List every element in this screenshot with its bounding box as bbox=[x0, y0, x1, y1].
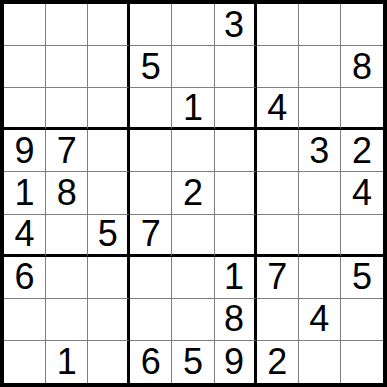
cell-r5c4[interactable] bbox=[130, 172, 172, 214]
cell-r3c1[interactable] bbox=[4, 88, 46, 130]
cell-r9c9[interactable] bbox=[341, 341, 383, 383]
cell-r8c5[interactable] bbox=[172, 299, 214, 341]
cell-r5c6[interactable] bbox=[215, 172, 257, 214]
given-cell-r5c5[interactable]: 2 bbox=[172, 172, 214, 214]
cell-r4c4[interactable] bbox=[130, 130, 172, 172]
given-cell-r3c5[interactable]: 1 bbox=[172, 88, 214, 130]
given-cell-r5c9[interactable]: 4 bbox=[341, 172, 383, 214]
cell-r1c5[interactable] bbox=[172, 4, 214, 46]
given-cell-r6c1[interactable]: 4 bbox=[4, 215, 46, 257]
cell-r4c6[interactable] bbox=[215, 130, 257, 172]
given-cell-r2c9[interactable]: 8 bbox=[341, 46, 383, 88]
given-cell-r4c1[interactable]: 9 bbox=[4, 130, 46, 172]
cell-r3c8[interactable] bbox=[299, 88, 341, 130]
given-cell-r1c6[interactable]: 3 bbox=[215, 4, 257, 46]
given-cell-r9c5[interactable]: 5 bbox=[172, 341, 214, 383]
cell-r1c9[interactable] bbox=[341, 4, 383, 46]
given-cell-r8c8[interactable]: 4 bbox=[299, 299, 341, 341]
cell-r6c6[interactable] bbox=[215, 215, 257, 257]
given-cell-r9c6[interactable]: 9 bbox=[215, 341, 257, 383]
given-cell-r7c7[interactable]: 7 bbox=[257, 257, 299, 299]
cell-r1c4[interactable] bbox=[130, 4, 172, 46]
sudoku-board: 358149732182445761758416592 bbox=[0, 0, 387, 387]
cell-r8c4[interactable] bbox=[130, 299, 172, 341]
cell-r2c1[interactable] bbox=[4, 46, 46, 88]
cell-r5c8[interactable] bbox=[299, 172, 341, 214]
cell-r7c3[interactable] bbox=[88, 257, 130, 299]
given-cell-r5c1[interactable]: 1 bbox=[4, 172, 46, 214]
cell-r1c7[interactable] bbox=[257, 4, 299, 46]
given-cell-r2c4[interactable]: 5 bbox=[130, 46, 172, 88]
given-cell-r4c9[interactable]: 2 bbox=[341, 130, 383, 172]
cell-r3c9[interactable] bbox=[341, 88, 383, 130]
given-cell-r7c1[interactable]: 6 bbox=[4, 257, 46, 299]
cell-r6c8[interactable] bbox=[299, 215, 341, 257]
cell-r6c9[interactable] bbox=[341, 215, 383, 257]
given-cell-r9c4[interactable]: 6 bbox=[130, 341, 172, 383]
given-cell-r7c9[interactable]: 5 bbox=[341, 257, 383, 299]
cell-r3c6[interactable] bbox=[215, 88, 257, 130]
cell-r7c4[interactable] bbox=[130, 257, 172, 299]
cell-r2c6[interactable] bbox=[215, 46, 257, 88]
cell-r2c5[interactable] bbox=[172, 46, 214, 88]
cell-r1c3[interactable] bbox=[88, 4, 130, 46]
cell-r2c3[interactable] bbox=[88, 46, 130, 88]
cell-r9c8[interactable] bbox=[299, 341, 341, 383]
cell-r3c2[interactable] bbox=[46, 88, 88, 130]
cell-r6c7[interactable] bbox=[257, 215, 299, 257]
cell-r2c8[interactable] bbox=[299, 46, 341, 88]
given-cell-r4c2[interactable]: 7 bbox=[46, 130, 88, 172]
cell-r2c2[interactable] bbox=[46, 46, 88, 88]
given-cell-r3c7[interactable]: 4 bbox=[257, 88, 299, 130]
cell-r9c1[interactable] bbox=[4, 341, 46, 383]
cell-r1c2[interactable] bbox=[46, 4, 88, 46]
given-cell-r7c6[interactable]: 1 bbox=[215, 257, 257, 299]
cell-r5c7[interactable] bbox=[257, 172, 299, 214]
cell-r7c2[interactable] bbox=[46, 257, 88, 299]
cell-r9c3[interactable] bbox=[88, 341, 130, 383]
given-cell-r5c2[interactable]: 8 bbox=[46, 172, 88, 214]
cell-r3c4[interactable] bbox=[130, 88, 172, 130]
cell-r5c3[interactable] bbox=[88, 172, 130, 214]
cell-r8c2[interactable] bbox=[46, 299, 88, 341]
given-cell-r9c2[interactable]: 1 bbox=[46, 341, 88, 383]
given-cell-r6c3[interactable]: 5 bbox=[88, 215, 130, 257]
given-cell-r4c8[interactable]: 3 bbox=[299, 130, 341, 172]
cell-r1c8[interactable] bbox=[299, 4, 341, 46]
cell-r8c3[interactable] bbox=[88, 299, 130, 341]
cell-r8c1[interactable] bbox=[4, 299, 46, 341]
cell-r2c7[interactable] bbox=[257, 46, 299, 88]
cell-r4c7[interactable] bbox=[257, 130, 299, 172]
given-cell-r6c4[interactable]: 7 bbox=[130, 215, 172, 257]
cell-r6c2[interactable] bbox=[46, 215, 88, 257]
cell-r6c5[interactable] bbox=[172, 215, 214, 257]
cell-r7c5[interactable] bbox=[172, 257, 214, 299]
cell-r8c9[interactable] bbox=[341, 299, 383, 341]
cell-r7c8[interactable] bbox=[299, 257, 341, 299]
given-cell-r8c6[interactable]: 8 bbox=[215, 299, 257, 341]
cell-r1c1[interactable] bbox=[4, 4, 46, 46]
cell-r3c3[interactable] bbox=[88, 88, 130, 130]
cell-r8c7[interactable] bbox=[257, 299, 299, 341]
given-cell-r9c7[interactable]: 2 bbox=[257, 341, 299, 383]
cell-r4c5[interactable] bbox=[172, 130, 214, 172]
cell-r4c3[interactable] bbox=[88, 130, 130, 172]
